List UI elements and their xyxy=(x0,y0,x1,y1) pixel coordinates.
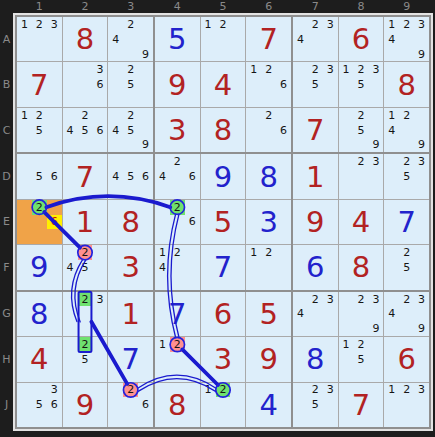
candidate-7 xyxy=(293,47,308,62)
candidate-7 xyxy=(155,184,170,199)
candidate-3: 3 xyxy=(323,383,338,398)
candidate-7 xyxy=(201,412,216,427)
candidate-6 xyxy=(92,260,107,275)
candidate-grid: 12 xyxy=(246,245,291,289)
candidate-5: 5 xyxy=(78,260,93,275)
cell-value: 9 xyxy=(155,62,200,106)
cell-E4[interactable]: 26 xyxy=(155,200,200,244)
candidate-2 xyxy=(32,383,47,398)
cell-E2[interactable]: 1 xyxy=(63,200,108,244)
candidate-5 xyxy=(399,32,414,47)
candidate-3 xyxy=(414,245,429,260)
candidate-3 xyxy=(185,200,200,215)
candidate-grid: 125 xyxy=(17,108,62,152)
cell-value: 7 xyxy=(384,200,429,244)
cell-E8[interactable]: 4 xyxy=(339,200,384,244)
candidate-5 xyxy=(32,32,47,47)
candidate-grid: 36 xyxy=(63,62,108,106)
col-label-2: 2 xyxy=(78,0,92,13)
cell-F6[interactable]: 12 xyxy=(246,245,291,289)
cell-H5[interactable]: 3 xyxy=(201,337,246,381)
candidate-9 xyxy=(230,47,245,62)
candidate-5 xyxy=(78,306,93,321)
candidate-7 xyxy=(155,367,170,382)
cell-H2[interactable]: 25 xyxy=(63,337,108,381)
box-6: 82314257356926 xyxy=(17,292,153,427)
cell-G3[interactable]: 1 xyxy=(108,292,153,336)
cell-D3[interactable]: 456 xyxy=(108,154,153,198)
cell-value: 5 xyxy=(246,292,291,336)
candidate-2: 2 xyxy=(78,108,93,123)
candidate-4: 4 xyxy=(108,169,123,184)
candidate-8 xyxy=(32,229,47,244)
cell-E6[interactable]: 3 xyxy=(246,200,291,244)
candidate-5 xyxy=(399,306,414,321)
cell-C3[interactable]: 2459 xyxy=(108,108,153,152)
cell-C5[interactable]: 8 xyxy=(201,108,246,152)
cell-F1[interactable]: 9 xyxy=(17,245,62,289)
candidate-6: 6 xyxy=(276,77,291,92)
col-label-6: 6 xyxy=(262,0,276,13)
cell-value: 7 xyxy=(63,154,108,198)
candidate-9 xyxy=(414,184,429,199)
cell-B2[interactable]: 36 xyxy=(63,62,108,106)
candidate-1: 1 xyxy=(384,17,399,32)
candidate-8 xyxy=(78,138,93,153)
candidate-2: 2 xyxy=(123,62,138,77)
col-label-1: 1 xyxy=(32,0,46,13)
cell-G9[interactable]: 2349 xyxy=(384,292,429,336)
cell-A9[interactable]: 12349 xyxy=(384,17,429,61)
candidate-6 xyxy=(368,123,383,138)
cell-D1[interactable]: 56 xyxy=(17,154,62,198)
candidate-9 xyxy=(138,184,153,199)
cell-F3[interactable]: 3 xyxy=(108,245,153,289)
candidate-3 xyxy=(230,17,245,32)
candidate-8 xyxy=(123,47,138,62)
candidate-5: 5 xyxy=(354,123,369,138)
cell-value: 7 xyxy=(293,108,338,152)
candidate-grid: 259 xyxy=(339,108,384,152)
cell-J5[interactable]: 12 xyxy=(201,383,246,427)
cell-A7[interactable]: 234 xyxy=(293,17,338,61)
cell-B9[interactable]: 8 xyxy=(384,62,429,106)
candidate-7 xyxy=(63,138,78,153)
candidate-5: 5 xyxy=(78,123,93,138)
candidate-7 xyxy=(293,321,308,336)
candidate-5 xyxy=(261,260,276,275)
cell-B6[interactable]: 126 xyxy=(246,62,291,106)
candidate-3 xyxy=(138,383,153,398)
candidate-grid: 124 xyxy=(155,245,200,289)
candidate-2: 2 xyxy=(123,17,138,32)
candidate-3: 3 xyxy=(323,17,338,32)
candidate-1 xyxy=(63,337,78,352)
cell-B3[interactable]: 25 xyxy=(108,62,153,106)
candidate-grid: 26 xyxy=(246,108,291,152)
candidate-9 xyxy=(414,275,429,290)
candidate-6: 6 xyxy=(92,123,107,138)
cell-D7[interactable]: 1 xyxy=(293,154,338,198)
candidate-9 xyxy=(138,412,153,427)
cell-value: 6 xyxy=(293,245,338,289)
cell-G6[interactable]: 5 xyxy=(246,292,291,336)
candidate-1 xyxy=(293,292,308,307)
candidate-1 xyxy=(384,245,399,260)
candidate-1 xyxy=(339,292,354,307)
candidate-7 xyxy=(339,367,354,382)
candidate-8 xyxy=(216,412,231,427)
candidate-grid: 123 xyxy=(384,383,429,427)
candidate-3: 3 xyxy=(47,17,62,32)
cell-C1[interactable]: 125 xyxy=(17,108,62,152)
candidate-4 xyxy=(155,215,170,230)
box-7: 76512398124 xyxy=(155,292,291,427)
candidate-9 xyxy=(323,321,338,336)
candidate-7 xyxy=(17,47,32,62)
candidate-8 xyxy=(32,138,47,153)
cell-F4[interactable]: 124 xyxy=(155,245,200,289)
candidate-3: 3 xyxy=(368,154,383,169)
candidate-7 xyxy=(384,321,399,336)
candidate-grid: 456 xyxy=(108,154,153,198)
cell-H9[interactable]: 6 xyxy=(384,337,429,381)
cell-A4[interactable]: 5 xyxy=(155,17,200,61)
candidate-2: 2 xyxy=(123,108,138,123)
cell-C8[interactable]: 259 xyxy=(339,108,384,152)
box-1: 5127941263826 xyxy=(155,17,291,152)
candidate-9 xyxy=(92,275,107,290)
cell-H3[interactable]: 7 xyxy=(108,337,153,381)
candidate-6 xyxy=(276,260,291,275)
candidate-1 xyxy=(17,383,32,398)
candidate-7 xyxy=(17,138,32,153)
candidate-4 xyxy=(246,77,261,92)
candidate-6 xyxy=(323,397,338,412)
candidate-3: 3 xyxy=(414,292,429,307)
cell-C4[interactable]: 3 xyxy=(155,108,200,152)
candidate-9: 9 xyxy=(138,138,153,153)
candidate-6 xyxy=(323,306,338,321)
candidate-7 xyxy=(108,184,123,199)
candidate-1 xyxy=(293,17,308,32)
candidate-8 xyxy=(261,275,276,290)
candidate-grid: 12 xyxy=(155,337,200,381)
box-8: 2342392349812562357123 xyxy=(293,292,429,427)
cell-A6[interactable]: 7 xyxy=(246,17,291,61)
cell-C6[interactable]: 26 xyxy=(246,108,291,152)
candidate-4 xyxy=(63,77,78,92)
candidate-4: 4 xyxy=(108,32,123,47)
cell-H4[interactable]: 12 xyxy=(155,337,200,381)
cell-value: 7 xyxy=(17,62,62,106)
cell-F8[interactable]: 8 xyxy=(339,245,384,289)
candidate-8 xyxy=(78,92,93,107)
cell-D8[interactable]: 23 xyxy=(339,154,384,198)
candidate-3 xyxy=(230,383,245,398)
candidate-2: 2 xyxy=(32,200,47,215)
candidate-9 xyxy=(323,412,338,427)
cell-G7[interactable]: 234 xyxy=(293,292,338,336)
cell-D2[interactable]: 7 xyxy=(63,154,108,198)
candidate-4 xyxy=(339,169,354,184)
candidate-4: 4 xyxy=(108,123,123,138)
candidate-4 xyxy=(384,169,399,184)
candidate-grid: 1249 xyxy=(384,108,429,152)
candidate-9 xyxy=(276,92,291,107)
candidate-2: 2 xyxy=(354,154,369,169)
candidate-1: 1 xyxy=(17,108,32,123)
candidate-9 xyxy=(276,138,291,153)
cell-J1[interactable]: 356 xyxy=(17,383,62,427)
candidate-7 xyxy=(201,47,216,62)
candidate-1 xyxy=(108,154,123,169)
cell-J6[interactable]: 4 xyxy=(246,383,291,427)
cell-F2[interactable]: 245 xyxy=(63,245,108,289)
candidate-2: 2 xyxy=(399,383,414,398)
candidate-2 xyxy=(123,154,138,169)
cell-B7[interactable]: 235 xyxy=(293,62,338,106)
candidate-7 xyxy=(63,367,78,382)
candidate-4: 4 xyxy=(384,32,399,47)
candidate-5 xyxy=(123,32,138,47)
candidate-8 xyxy=(78,367,93,382)
candidate-6: 6 xyxy=(185,169,200,184)
box-4: 246982653124712 xyxy=(155,154,291,289)
cell-J2[interactable]: 9 xyxy=(63,383,108,427)
candidate-4 xyxy=(384,397,399,412)
candidate-8 xyxy=(170,184,185,199)
candidate-grid: 12 xyxy=(201,383,246,427)
cell-H7[interactable]: 8 xyxy=(293,337,338,381)
candidate-7 xyxy=(246,92,261,107)
candidate-4 xyxy=(17,123,32,138)
candidate-grid: 12349 xyxy=(384,17,429,61)
cell-A1[interactable]: 123 xyxy=(17,17,62,61)
candidate-8 xyxy=(399,412,414,427)
cell-E5[interactable]: 5 xyxy=(201,200,246,244)
cell-E9[interactable]: 7 xyxy=(384,200,429,244)
candidate-1: 1 xyxy=(246,245,261,260)
candidate-2: 2 xyxy=(78,292,93,307)
candidate-3 xyxy=(47,200,62,215)
candidate-2: 2 xyxy=(261,245,276,260)
candidate-grid: 2456 xyxy=(63,108,108,152)
cell-G1[interactable]: 8 xyxy=(17,292,62,336)
candidate-grid: 123 xyxy=(17,17,62,61)
candidate-5: 5 xyxy=(123,169,138,184)
candidate-7 xyxy=(63,275,78,290)
cell-J3[interactable]: 26 xyxy=(108,383,153,427)
candidate-1: 1 xyxy=(384,383,399,398)
candidate-6 xyxy=(138,77,153,92)
candidate-2: 2 xyxy=(261,108,276,123)
cell-value: 9 xyxy=(293,200,338,244)
cell-value: 9 xyxy=(63,383,108,427)
candidate-6 xyxy=(323,32,338,47)
candidate-1 xyxy=(63,62,78,77)
row-label-D: D xyxy=(0,170,14,183)
candidate-1 xyxy=(384,292,399,307)
candidate-5 xyxy=(170,169,185,184)
cell-H6[interactable]: 9 xyxy=(246,337,291,381)
candidate-9 xyxy=(185,229,200,244)
candidate-1: 1 xyxy=(155,337,170,352)
candidate-6 xyxy=(368,306,383,321)
cell-value: 4 xyxy=(201,62,246,106)
candidate-5: 5 xyxy=(78,352,93,367)
candidate-4 xyxy=(339,306,354,321)
cell-G8[interactable]: 239 xyxy=(339,292,384,336)
cell-C9[interactable]: 1249 xyxy=(384,108,429,152)
cell-D6[interactable]: 8 xyxy=(246,154,291,198)
candidate-9 xyxy=(47,138,62,153)
candidate-4 xyxy=(246,260,261,275)
cell-value: 8 xyxy=(17,292,62,336)
cell-E1[interactable]: 26 xyxy=(17,200,62,244)
candidate-2: 2 xyxy=(399,154,414,169)
candidate-9 xyxy=(323,47,338,62)
candidate-1 xyxy=(108,62,123,77)
candidate-1 xyxy=(108,108,123,123)
candidate-7 xyxy=(246,275,261,290)
cell-J7[interactable]: 235 xyxy=(293,383,338,427)
candidate-grid: 25 xyxy=(384,245,429,289)
candidate-2: 2 xyxy=(78,337,93,352)
cell-G2[interactable]: 23 xyxy=(63,292,108,336)
candidate-3: 3 xyxy=(323,62,338,77)
candidate-4 xyxy=(108,397,123,412)
row-label-J: J xyxy=(0,398,14,411)
cell-value: 4 xyxy=(246,383,291,427)
cell-C7[interactable]: 7 xyxy=(293,108,338,152)
candidate-9: 9 xyxy=(414,321,429,336)
cell-G5[interactable]: 6 xyxy=(201,292,246,336)
candidate-2: 2 xyxy=(170,337,185,352)
cell-value: 3 xyxy=(108,245,153,289)
cell-H8[interactable]: 125 xyxy=(339,337,384,381)
candidate-8 xyxy=(32,184,47,199)
cell-G4[interactable]: 7 xyxy=(155,292,200,336)
cell-D4[interactable]: 246 xyxy=(155,154,200,198)
candidate-9 xyxy=(368,184,383,199)
candidate-5 xyxy=(170,352,185,367)
candidate-2: 2 xyxy=(308,62,323,77)
cell-B5[interactable]: 4 xyxy=(201,62,246,106)
box-3: 567456261892453 xyxy=(17,154,153,289)
candidate-1 xyxy=(339,154,354,169)
candidate-6: 6 xyxy=(276,123,291,138)
candidate-grid: 26 xyxy=(17,200,62,244)
candidate-grid: 246 xyxy=(155,154,200,198)
candidate-6 xyxy=(414,123,429,138)
candidate-1 xyxy=(384,154,399,169)
cell-D9[interactable]: 235 xyxy=(384,154,429,198)
cell-J8[interactable]: 7 xyxy=(339,383,384,427)
candidate-grid: 235 xyxy=(384,154,429,198)
candidate-4 xyxy=(246,123,261,138)
candidate-6 xyxy=(185,260,200,275)
candidate-8 xyxy=(123,138,138,153)
cell-value: 8 xyxy=(201,108,246,152)
candidate-8 xyxy=(399,275,414,290)
cell-A2[interactable]: 8 xyxy=(63,17,108,61)
candidate-7 xyxy=(108,92,123,107)
cell-value: 5 xyxy=(201,200,246,244)
cell-F7[interactable]: 6 xyxy=(293,245,338,289)
candidate-3 xyxy=(47,154,62,169)
cell-E3[interactable]: 8 xyxy=(108,200,153,244)
candidate-5 xyxy=(308,306,323,321)
cell-E7[interactable]: 9 xyxy=(293,200,338,244)
candidate-1 xyxy=(108,17,123,32)
candidate-1 xyxy=(63,245,78,260)
cell-J9[interactable]: 123 xyxy=(384,383,429,427)
candidate-7 xyxy=(339,321,354,336)
candidate-5 xyxy=(308,32,323,47)
candidate-8 xyxy=(308,321,323,336)
cell-C2[interactable]: 2456 xyxy=(63,108,108,152)
cell-value: 1 xyxy=(63,200,108,244)
cell-value: 7 xyxy=(108,337,153,381)
candidate-grid: 23 xyxy=(339,154,384,198)
cell-A3[interactable]: 249 xyxy=(108,17,153,61)
candidate-4 xyxy=(339,77,354,92)
candidate-8 xyxy=(32,47,47,62)
candidate-9 xyxy=(92,321,107,336)
candidate-7 xyxy=(155,229,170,244)
candidate-5: 5 xyxy=(354,77,369,92)
cell-value: 8 xyxy=(108,200,153,244)
candidate-grid: 1235 xyxy=(339,62,384,106)
candidate-1 xyxy=(108,383,123,398)
candidate-5 xyxy=(399,123,414,138)
candidate-4: 4 xyxy=(63,260,78,275)
candidate-4 xyxy=(17,32,32,47)
candidate-grid: 356 xyxy=(17,383,62,427)
cell-value: 9 xyxy=(246,337,291,381)
cell-value: 8 xyxy=(155,383,200,427)
candidate-8 xyxy=(399,47,414,62)
cell-F5[interactable]: 7 xyxy=(201,245,246,289)
cell-F9[interactable]: 25 xyxy=(384,245,429,289)
candidate-3 xyxy=(138,62,153,77)
candidate-2: 2 xyxy=(32,17,47,32)
candidate-grid: 23 xyxy=(63,292,108,336)
cell-J4[interactable]: 8 xyxy=(155,383,200,427)
cell-B8[interactable]: 1235 xyxy=(339,62,384,106)
candidate-1: 1 xyxy=(201,383,216,398)
candidate-9 xyxy=(47,412,62,427)
candidate-6: 6 xyxy=(47,169,62,184)
candidate-2 xyxy=(32,154,47,169)
row-label-G: G xyxy=(0,307,14,320)
cell-A8[interactable]: 6 xyxy=(339,17,384,61)
candidate-4: 4 xyxy=(293,32,308,47)
cell-B4[interactable]: 9 xyxy=(155,62,200,106)
box-0: 12382497362512524562459 xyxy=(17,17,153,152)
cell-B1[interactable]: 7 xyxy=(17,62,62,106)
candidate-1 xyxy=(155,154,170,169)
col-label-9: 9 xyxy=(400,0,414,13)
cell-D5[interactable]: 9 xyxy=(201,154,246,198)
candidate-2: 2 xyxy=(261,62,276,77)
cell-value: 1 xyxy=(108,292,153,336)
cell-A5[interactable]: 12 xyxy=(201,17,246,61)
candidate-3: 3 xyxy=(368,292,383,307)
cell-H1[interactable]: 4 xyxy=(17,337,62,381)
candidate-5: 5 xyxy=(399,169,414,184)
